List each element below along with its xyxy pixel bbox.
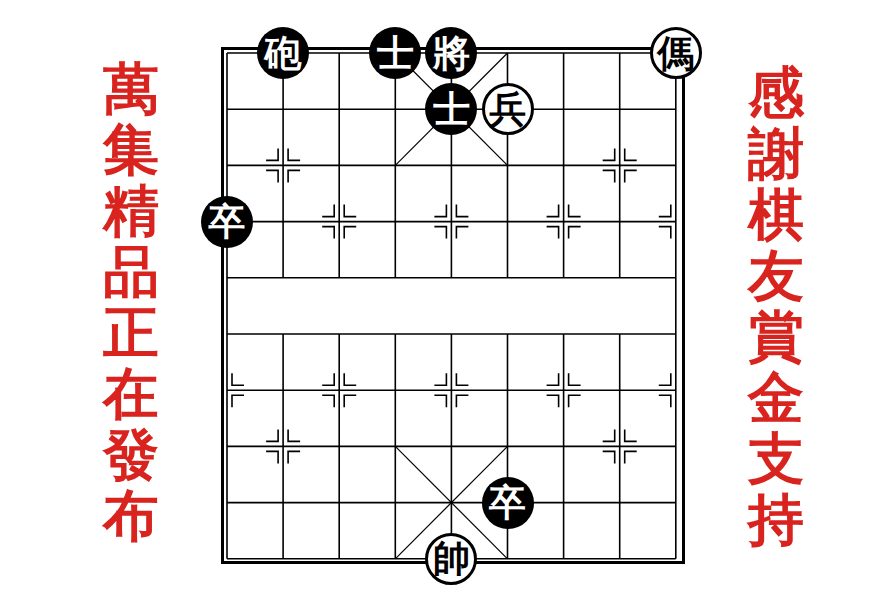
- black-general[interactable]: 將: [425, 27, 477, 79]
- banner-char: 品: [103, 241, 159, 302]
- left-banner-text: 萬集精品正在發布: [98, 58, 164, 546]
- banner-char: 布: [103, 485, 159, 546]
- xiangqi-board: 砲士將傌士兵卒卒帥: [221, 47, 685, 564]
- banner-char: 謝: [748, 123, 804, 184]
- black-advisor[interactable]: 士: [369, 27, 421, 79]
- banner-char: 精: [103, 180, 159, 241]
- banner-char: 發: [103, 424, 159, 485]
- banner-char: 金: [748, 367, 804, 428]
- black-soldier[interactable]: 卒: [482, 477, 534, 529]
- right-banner-text: 感謝棋友賞金支持: [743, 62, 809, 550]
- red-horse[interactable]: 傌: [650, 27, 702, 79]
- banner-char: 友: [748, 245, 804, 306]
- black-soldier[interactable]: 卒: [201, 196, 253, 248]
- red-general[interactable]: 帥: [425, 533, 477, 585]
- red-soldier[interactable]: 兵: [482, 83, 534, 135]
- banner-char: 持: [748, 489, 804, 550]
- banner-char: 正: [103, 302, 159, 363]
- black-cannon[interactable]: 砲: [257, 27, 309, 79]
- banner-char: 集: [103, 119, 159, 180]
- banner-char: 萬: [103, 58, 159, 119]
- black-advisor[interactable]: 士: [425, 83, 477, 135]
- banner-char: 在: [103, 363, 159, 424]
- banner-char: 支: [748, 428, 804, 489]
- banner-char: 棋: [748, 184, 804, 245]
- banner-char: 感: [748, 62, 804, 123]
- banner-char: 賞: [748, 306, 804, 367]
